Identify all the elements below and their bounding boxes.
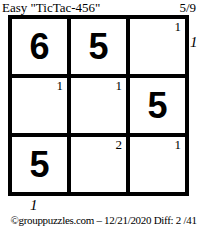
cell-r2c3[interactable]: 5 — [130, 78, 185, 133]
page-title: Easy "TicTac-456" — [2, 0, 100, 15]
cell-r3c3[interactable]: 1 — [130, 137, 185, 192]
cell-value: 6 — [29, 29, 49, 65]
outside-clue-bottom-col1: 1 — [30, 198, 38, 213]
corner-clue: 1 — [116, 79, 123, 92]
cell-r3c2[interactable]: 2 — [71, 137, 126, 192]
cell-value: 5 — [88, 29, 108, 65]
cell-r1c3[interactable]: 1 — [130, 19, 185, 74]
cell-r1c1[interactable]: 6 — [12, 19, 67, 74]
page-number: 5/9 — [179, 0, 196, 15]
corner-clue: 1 — [57, 79, 64, 92]
cell-r1c2[interactable]: 5 — [71, 19, 126, 74]
outside-clue-right-row1: 1 — [190, 35, 198, 50]
corner-clue: 2 — [116, 138, 123, 151]
cell-value: 5 — [147, 88, 167, 124]
cell-r3c1[interactable]: 5 — [12, 137, 67, 192]
cell-r2c1[interactable]: 1 — [12, 78, 67, 133]
cell-r2c2[interactable]: 1 — [71, 78, 126, 133]
footer-credit: ©grouppuzzles.com – 12/21/2020 Diff: 2 /… — [0, 214, 207, 227]
corner-clue: 1 — [175, 20, 182, 33]
cell-value: 5 — [29, 147, 49, 183]
puzzle-board: 6 5 1 1 1 5 5 2 1 — [8, 15, 189, 196]
corner-clue: 1 — [175, 138, 182, 151]
